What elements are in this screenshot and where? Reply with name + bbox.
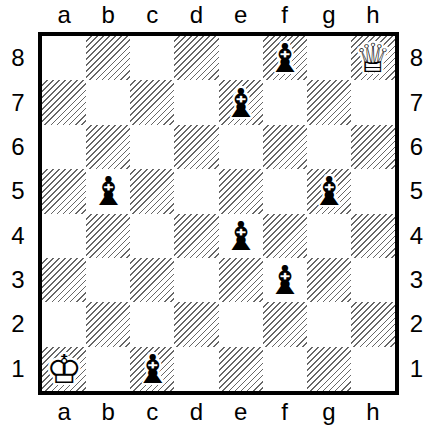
square-b7[interactable] bbox=[86, 80, 130, 124]
square-f1[interactable] bbox=[263, 347, 307, 391]
black-bishop-glyph: ♝ bbox=[223, 216, 259, 256]
rank-label-left-6: 6 bbox=[0, 125, 36, 169]
square-g6[interactable] bbox=[307, 125, 351, 169]
black-bishop-glyph: ♝ bbox=[267, 38, 303, 78]
square-f5[interactable] bbox=[263, 169, 307, 213]
square-d8[interactable] bbox=[174, 36, 218, 80]
square-a6[interactable] bbox=[42, 125, 86, 169]
chess-board: ♝♛♕♝♝♝♝♝♚♔♝ bbox=[38, 32, 399, 395]
rank-labels-right: 87654321 bbox=[399, 36, 434, 391]
file-label-bottom-e: e bbox=[219, 397, 263, 427]
square-e2[interactable] bbox=[219, 302, 263, 346]
rank-labels-left: 87654321 bbox=[0, 36, 36, 391]
rank-label-right-2: 2 bbox=[399, 302, 434, 346]
black-bishop-glyph: ♝ bbox=[311, 171, 347, 211]
rank-label-left-7: 7 bbox=[0, 80, 36, 124]
square-f8[interactable]: ♝ bbox=[263, 36, 307, 80]
black-bishop: ♝ bbox=[307, 169, 351, 213]
square-f6[interactable] bbox=[263, 125, 307, 169]
file-label-top-g: g bbox=[307, 0, 351, 30]
square-e1[interactable] bbox=[219, 347, 263, 391]
square-g1[interactable] bbox=[307, 347, 351, 391]
square-c8[interactable] bbox=[130, 36, 174, 80]
square-c4[interactable] bbox=[130, 214, 174, 258]
file-label-top-f: f bbox=[263, 0, 307, 30]
square-e4[interactable]: ♝ bbox=[219, 214, 263, 258]
black-bishop: ♝ bbox=[219, 214, 263, 258]
white-king-outline: ♔ bbox=[46, 349, 82, 389]
black-bishop-glyph: ♝ bbox=[90, 171, 126, 211]
square-b2[interactable] bbox=[86, 302, 130, 346]
square-e5[interactable] bbox=[219, 169, 263, 213]
black-bishop: ♝ bbox=[130, 347, 174, 391]
rank-label-right-3: 3 bbox=[399, 258, 434, 302]
square-h1[interactable] bbox=[351, 347, 395, 391]
rank-label-left-3: 3 bbox=[0, 258, 36, 302]
square-g3[interactable] bbox=[307, 258, 351, 302]
rank-label-left-5: 5 bbox=[0, 169, 36, 213]
square-d4[interactable] bbox=[174, 214, 218, 258]
chess-diagram: abcdefgh 87654321 ♝♛♕♝♝♝♝♝♚♔♝ 87654321 a… bbox=[0, 0, 434, 429]
rank-label-left-2: 2 bbox=[0, 302, 36, 346]
square-f3[interactable]: ♝ bbox=[263, 258, 307, 302]
file-label-bottom-h: h bbox=[351, 397, 395, 427]
square-c3[interactable] bbox=[130, 258, 174, 302]
square-a8[interactable] bbox=[42, 36, 86, 80]
white-king-fill: ♚ bbox=[46, 349, 82, 389]
white-queen: ♛♕ bbox=[351, 36, 395, 80]
square-e8[interactable] bbox=[219, 36, 263, 80]
file-label-bottom-b: b bbox=[86, 397, 130, 427]
square-b6[interactable] bbox=[86, 125, 130, 169]
square-c5[interactable] bbox=[130, 169, 174, 213]
square-f7[interactable] bbox=[263, 80, 307, 124]
square-g7[interactable] bbox=[307, 80, 351, 124]
file-label-bottom-f: f bbox=[263, 397, 307, 427]
square-f4[interactable] bbox=[263, 214, 307, 258]
file-labels-bottom: abcdefgh bbox=[42, 397, 395, 427]
square-h2[interactable] bbox=[351, 302, 395, 346]
square-d5[interactable] bbox=[174, 169, 218, 213]
square-h7[interactable] bbox=[351, 80, 395, 124]
file-label-bottom-g: g bbox=[307, 397, 351, 427]
square-c2[interactable] bbox=[130, 302, 174, 346]
file-label-bottom-c: c bbox=[130, 397, 174, 427]
rank-label-right-8: 8 bbox=[399, 36, 434, 80]
file-label-top-a: a bbox=[42, 0, 86, 30]
square-b1[interactable] bbox=[86, 347, 130, 391]
square-b8[interactable] bbox=[86, 36, 130, 80]
rank-label-right-5: 5 bbox=[399, 169, 434, 213]
square-c6[interactable] bbox=[130, 125, 174, 169]
white-queen-fill: ♛ bbox=[355, 38, 391, 78]
rank-label-left-8: 8 bbox=[0, 36, 36, 80]
rank-label-left-1: 1 bbox=[0, 347, 36, 391]
square-a7[interactable] bbox=[42, 80, 86, 124]
black-bishop: ♝ bbox=[263, 258, 307, 302]
square-h8[interactable]: ♛♕ bbox=[351, 36, 395, 80]
black-bishop: ♝ bbox=[263, 36, 307, 80]
file-label-bottom-a: a bbox=[42, 397, 86, 427]
square-b3[interactable] bbox=[86, 258, 130, 302]
white-queen-outline: ♕ bbox=[355, 38, 391, 78]
square-h6[interactable] bbox=[351, 125, 395, 169]
black-bishop-glyph: ♝ bbox=[223, 83, 259, 123]
square-a2[interactable] bbox=[42, 302, 86, 346]
square-e3[interactable] bbox=[219, 258, 263, 302]
square-d7[interactable] bbox=[174, 80, 218, 124]
black-bishop-glyph: ♝ bbox=[134, 349, 170, 389]
file-label-top-b: b bbox=[86, 0, 130, 30]
square-h5[interactable] bbox=[351, 169, 395, 213]
file-label-top-c: c bbox=[130, 0, 174, 30]
square-h3[interactable] bbox=[351, 258, 395, 302]
square-e6[interactable] bbox=[219, 125, 263, 169]
black-bishop-glyph: ♝ bbox=[267, 260, 303, 300]
rank-label-left-4: 4 bbox=[0, 214, 36, 258]
file-labels-top: abcdefgh bbox=[42, 0, 395, 30]
square-g2[interactable] bbox=[307, 302, 351, 346]
square-h4[interactable] bbox=[351, 214, 395, 258]
file-label-top-h: h bbox=[351, 0, 395, 30]
square-f2[interactable] bbox=[263, 302, 307, 346]
square-a5[interactable] bbox=[42, 169, 86, 213]
square-d2[interactable] bbox=[174, 302, 218, 346]
rank-label-right-1: 1 bbox=[399, 347, 434, 391]
square-a1[interactable]: ♚♔ bbox=[42, 347, 86, 391]
rank-label-right-6: 6 bbox=[399, 125, 434, 169]
square-d6[interactable] bbox=[174, 125, 218, 169]
square-e7[interactable]: ♝ bbox=[219, 80, 263, 124]
rank-label-right-7: 7 bbox=[399, 80, 434, 124]
file-label-top-e: e bbox=[219, 0, 263, 30]
square-c7[interactable] bbox=[130, 80, 174, 124]
white-king: ♚♔ bbox=[42, 347, 86, 391]
square-b5[interactable]: ♝ bbox=[86, 169, 130, 213]
square-b4[interactable] bbox=[86, 214, 130, 258]
black-bishop: ♝ bbox=[86, 169, 130, 213]
square-g4[interactable] bbox=[307, 214, 351, 258]
square-a4[interactable] bbox=[42, 214, 86, 258]
file-label-top-d: d bbox=[174, 0, 218, 30]
black-bishop: ♝ bbox=[219, 80, 263, 124]
square-g5[interactable]: ♝ bbox=[307, 169, 351, 213]
rank-label-right-4: 4 bbox=[399, 214, 434, 258]
file-label-bottom-d: d bbox=[174, 397, 218, 427]
square-d3[interactable] bbox=[174, 258, 218, 302]
square-c1[interactable]: ♝ bbox=[130, 347, 174, 391]
square-a3[interactable] bbox=[42, 258, 86, 302]
square-g8[interactable] bbox=[307, 36, 351, 80]
square-d1[interactable] bbox=[174, 347, 218, 391]
